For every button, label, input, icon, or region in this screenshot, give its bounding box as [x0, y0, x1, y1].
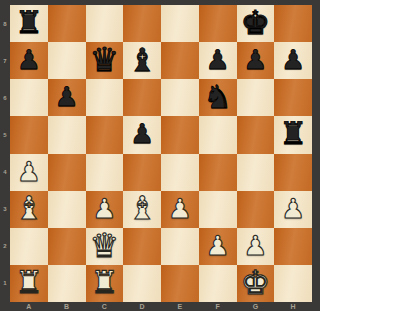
square-e8[interactable] — [161, 5, 199, 42]
square-f7[interactable]: ♟ — [199, 42, 237, 79]
rank-label-7: 7 — [0, 42, 10, 79]
file-label-e: E — [161, 302, 199, 311]
square-e7[interactable] — [161, 42, 199, 79]
file-label-c: C — [86, 302, 124, 311]
square-g5[interactable] — [237, 116, 275, 153]
file-label-d: D — [123, 302, 161, 311]
square-h8[interactable] — [274, 5, 312, 42]
square-e4[interactable] — [161, 154, 199, 191]
square-f2[interactable]: ♟ — [199, 228, 237, 265]
white-queen-c2[interactable]: ♛ — [90, 229, 120, 262]
square-e6[interactable] — [161, 79, 199, 116]
file-label-b: B — [48, 302, 86, 311]
square-b3[interactable] — [48, 191, 86, 228]
square-c7[interactable]: ♛ — [86, 42, 124, 79]
square-a7[interactable]: ♟ — [10, 42, 48, 79]
square-c5[interactable] — [86, 116, 124, 153]
square-e5[interactable] — [161, 116, 199, 153]
black-pawn-g7[interactable]: ♟ — [243, 46, 267, 73]
file-label-f: F — [199, 302, 237, 311]
square-b7[interactable] — [48, 42, 86, 79]
square-f8[interactable] — [199, 5, 237, 42]
square-c1[interactable]: ♜ — [86, 265, 124, 302]
square-b4[interactable] — [48, 154, 86, 191]
square-g7[interactable]: ♟ — [237, 42, 275, 79]
square-g4[interactable] — [237, 154, 275, 191]
black-pawn-h7[interactable]: ♟ — [281, 46, 305, 73]
rank-label-2: 2 — [0, 228, 10, 265]
square-c8[interactable] — [86, 5, 124, 42]
square-d7[interactable]: ♝ — [123, 42, 161, 79]
white-pawn-a4[interactable]: ♟ — [17, 158, 41, 185]
rank-label-8: 8 — [0, 5, 10, 42]
square-d4[interactable] — [123, 154, 161, 191]
black-pawn-a7[interactable]: ♟ — [17, 46, 41, 73]
square-h3[interactable]: ♟ — [274, 191, 312, 228]
black-pawn-d5[interactable]: ♟ — [130, 120, 154, 147]
white-bishop-d3[interactable]: ♝ — [128, 192, 157, 224]
square-d6[interactable] — [123, 79, 161, 116]
square-h5[interactable]: ♜ — [274, 116, 312, 153]
rank-labels: 87654321 — [0, 5, 10, 302]
rank-label-4: 4 — [0, 154, 10, 191]
square-h4[interactable] — [274, 154, 312, 191]
file-label-a: A — [10, 302, 48, 311]
right-panel — [320, 0, 414, 311]
black-rook-h5[interactable]: ♜ — [279, 118, 307, 149]
square-d1[interactable] — [123, 265, 161, 302]
square-f4[interactable] — [199, 154, 237, 191]
square-c2[interactable]: ♛ — [86, 228, 124, 265]
file-label-g: G — [237, 302, 275, 311]
square-g1[interactable]: ♚ — [237, 265, 275, 302]
square-f1[interactable] — [199, 265, 237, 302]
square-h7[interactable]: ♟ — [274, 42, 312, 79]
square-b6[interactable]: ♟ — [48, 79, 86, 116]
black-rook-a8[interactable]: ♜ — [15, 7, 43, 38]
white-rook-a1[interactable]: ♜ — [15, 267, 43, 298]
square-b1[interactable] — [48, 265, 86, 302]
square-b2[interactable] — [48, 228, 86, 265]
rank-label-3: 3 — [0, 191, 10, 228]
square-d3[interactable]: ♝ — [123, 191, 161, 228]
square-a2[interactable] — [10, 228, 48, 265]
square-g8[interactable]: ♚ — [237, 5, 275, 42]
white-pawn-e3[interactable]: ♟ — [168, 195, 192, 222]
square-g6[interactable] — [237, 79, 275, 116]
white-rook-c1[interactable]: ♜ — [90, 267, 118, 298]
black-pawn-b6[interactable]: ♟ — [55, 83, 79, 110]
square-f3[interactable] — [199, 191, 237, 228]
square-e1[interactable] — [161, 265, 199, 302]
black-queen-c7[interactable]: ♛ — [90, 43, 120, 76]
square-c6[interactable] — [86, 79, 124, 116]
square-b5[interactable] — [48, 116, 86, 153]
square-d5[interactable]: ♟ — [123, 116, 161, 153]
black-knight-f6[interactable]: ♞ — [203, 81, 232, 113]
file-label-h: H — [274, 302, 312, 311]
white-king-g1[interactable]: ♚ — [241, 266, 271, 299]
square-d8[interactable] — [123, 5, 161, 42]
rank-label-1: 1 — [0, 265, 10, 302]
square-h2[interactable] — [274, 228, 312, 265]
square-a5[interactable] — [10, 116, 48, 153]
square-a8[interactable]: ♜ — [10, 5, 48, 42]
square-f5[interactable] — [199, 116, 237, 153]
square-c3[interactable]: ♟ — [86, 191, 124, 228]
square-e2[interactable] — [161, 228, 199, 265]
rank-label-6: 6 — [0, 79, 10, 116]
white-pawn-c3[interactable]: ♟ — [92, 195, 116, 222]
black-bishop-d7[interactable]: ♝ — [128, 44, 157, 76]
square-h6[interactable] — [274, 79, 312, 116]
black-pawn-f7[interactable]: ♟ — [206, 46, 230, 73]
black-king-g8[interactable]: ♚ — [241, 6, 271, 39]
white-pawn-f2[interactable]: ♟ — [206, 232, 230, 259]
square-a3[interactable]: ♝ — [10, 191, 48, 228]
square-a1[interactable]: ♜ — [10, 265, 48, 302]
square-g2[interactable]: ♟ — [237, 228, 275, 265]
file-labels: ABCDEFGH — [10, 302, 312, 311]
chess-board[interactable]: ♜♚♟♛♝♟♟♟♟♞♟♜♟♝♟♝♟♟♛♟♟♜♜♚ — [10, 5, 312, 302]
chess-app-window: 87654321 ♜♚♟♛♝♟♟♟♟♞♟♜♟♝♟♝♟♟♛♟♟♜♜♚ ABCDEF… — [0, 0, 414, 311]
square-f6[interactable]: ♞ — [199, 79, 237, 116]
square-c4[interactable] — [86, 154, 124, 191]
square-d2[interactable] — [123, 228, 161, 265]
square-e3[interactable]: ♟ — [161, 191, 199, 228]
white-pawn-h3[interactable]: ♟ — [281, 195, 305, 222]
white-pawn-g2[interactable]: ♟ — [243, 232, 267, 259]
white-bishop-a3[interactable]: ♝ — [15, 192, 44, 224]
square-a4[interactable]: ♟ — [10, 154, 48, 191]
square-g3[interactable] — [237, 191, 275, 228]
square-h1[interactable] — [274, 265, 312, 302]
square-b8[interactable] — [48, 5, 86, 42]
square-a6[interactable] — [10, 79, 48, 116]
rank-label-5: 5 — [0, 116, 10, 153]
